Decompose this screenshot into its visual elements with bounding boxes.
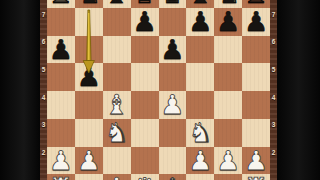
square-h5 — [242, 63, 270, 91]
piece-black-knight-b8: ♞ — [77, 0, 101, 8]
square-b5: ♟ — [75, 63, 103, 91]
square-e1: ♚ — [159, 174, 187, 180]
piece-black-king-e8: ♚ — [160, 0, 184, 8]
square-d7: ♟ — [131, 8, 159, 36]
square-d5 — [131, 63, 159, 91]
square-e8: ♚ — [159, 0, 187, 8]
square-b3 — [75, 119, 103, 147]
piece-white-bishop-c4: ♝ — [105, 91, 129, 119]
square-f4 — [186, 91, 214, 119]
rank-label-5: 5 — [40, 66, 47, 74]
square-d4 — [131, 91, 159, 119]
square-e4: ♟ — [159, 91, 187, 119]
piece-black-pawn-h7: ♟ — [244, 8, 268, 36]
square-e6: ♟ — [159, 36, 187, 64]
square-h6 — [242, 36, 270, 64]
rank-labels-right: 765432 — [270, 0, 277, 180]
square-e3 — [159, 119, 187, 147]
square-a3 — [47, 119, 75, 147]
square-g4 — [214, 91, 242, 119]
square-a8: ♜ — [47, 0, 75, 8]
square-e2 — [159, 147, 187, 175]
square-h7: ♟ — [242, 8, 270, 36]
square-c8: ♝ — [103, 0, 131, 8]
piece-black-pawn-f7: ♟ — [188, 8, 212, 36]
square-f2: ♟ — [186, 147, 214, 175]
square-h1: ♜ — [242, 174, 270, 180]
letterbox-left — [0, 0, 40, 180]
piece-white-rook-h1: ♜ — [244, 174, 268, 180]
square-g6 — [214, 36, 242, 64]
square-f5 — [186, 63, 214, 91]
square-f1 — [186, 174, 214, 180]
square-h4 — [242, 91, 270, 119]
rank-label-3: 3 — [40, 121, 47, 129]
square-d2 — [131, 147, 159, 175]
chessboard: ♜♞♝♛♚♝♞♜♟♟♟♟♟♟♟♝♟♞♞♟♟♟♟♟♜♝♛♚♜ — [47, 0, 270, 180]
piece-white-pawn-e4: ♟ — [160, 91, 184, 119]
square-a1: ♜ — [47, 174, 75, 180]
square-d6 — [131, 36, 159, 64]
piece-black-pawn-d7: ♟ — [132, 8, 156, 36]
square-g7: ♟ — [214, 8, 242, 36]
piece-white-pawn-f2: ♟ — [188, 147, 212, 175]
square-a2: ♟ — [47, 147, 75, 175]
square-e7 — [159, 8, 187, 36]
square-b4 — [75, 91, 103, 119]
square-f3: ♞ — [186, 119, 214, 147]
rank-label-5: 5 — [270, 66, 277, 74]
square-b6 — [75, 36, 103, 64]
square-b8: ♞ — [75, 0, 103, 8]
square-c1: ♝ — [103, 174, 131, 180]
piece-white-king-e1: ♚ — [160, 174, 184, 180]
square-c3: ♞ — [103, 119, 131, 147]
rank-label-7: 7 — [40, 11, 47, 19]
piece-black-bishop-c8: ♝ — [105, 0, 129, 8]
piece-white-pawn-a2: ♟ — [49, 147, 73, 175]
square-f6 — [186, 36, 214, 64]
piece-white-pawn-b2: ♟ — [77, 147, 101, 175]
rank-label-4: 4 — [270, 94, 277, 102]
square-b1 — [75, 174, 103, 180]
square-a4 — [47, 91, 75, 119]
square-d3 — [131, 119, 159, 147]
square-g3 — [214, 119, 242, 147]
square-a7 — [47, 8, 75, 36]
square-g2: ♟ — [214, 147, 242, 175]
square-a6: ♟ — [47, 36, 75, 64]
square-c4: ♝ — [103, 91, 131, 119]
rank-label-4: 4 — [40, 94, 47, 102]
square-c7 — [103, 8, 131, 36]
rank-label-2: 2 — [270, 149, 277, 157]
rank-label-2: 2 — [40, 149, 47, 157]
rank-label-3: 3 — [270, 121, 277, 129]
square-g1 — [214, 174, 242, 180]
square-h3 — [242, 119, 270, 147]
rank-label-7: 7 — [270, 11, 277, 19]
square-c2 — [103, 147, 131, 175]
square-c5 — [103, 63, 131, 91]
video-frame: ♜♞♝♛♚♝♞♜♟♟♟♟♟♟♟♝♟♞♞♟♟♟♟♟♜♝♛♚♜ 765432 765… — [0, 0, 320, 180]
square-a5 — [47, 63, 75, 91]
piece-white-pawn-g2: ♟ — [216, 147, 240, 175]
square-f7: ♟ — [186, 8, 214, 36]
piece-white-knight-c3: ♞ — [105, 119, 129, 147]
piece-black-pawn-a6: ♟ — [49, 36, 73, 64]
square-g5 — [214, 63, 242, 91]
square-h2: ♟ — [242, 147, 270, 175]
piece-white-bishop-c1: ♝ — [105, 174, 129, 180]
letterbox-right — [277, 0, 320, 180]
piece-white-rook-a1: ♜ — [49, 174, 73, 180]
square-b2: ♟ — [75, 147, 103, 175]
piece-black-pawn-g7: ♟ — [216, 8, 240, 36]
rank-label-6: 6 — [270, 38, 277, 46]
chessboard-border: ♜♞♝♛♚♝♞♜♟♟♟♟♟♟♟♝♟♞♞♟♟♟♟♟♜♝♛♚♜ 765432 765… — [40, 0, 277, 180]
piece-black-pawn-b5: ♟ — [77, 63, 101, 91]
piece-white-knight-f3: ♞ — [188, 119, 212, 147]
piece-black-pawn-e6: ♟ — [160, 36, 184, 64]
rank-label-6: 6 — [40, 38, 47, 46]
piece-black-rook-a8: ♜ — [49, 0, 73, 8]
square-b7 — [75, 8, 103, 36]
square-e5 — [159, 63, 187, 91]
piece-white-queen-d1: ♛ — [132, 174, 156, 180]
square-c6 — [103, 36, 131, 64]
rank-labels-left: 765432 — [40, 0, 47, 180]
piece-white-pawn-h2: ♟ — [244, 147, 268, 175]
square-d1: ♛ — [131, 174, 159, 180]
